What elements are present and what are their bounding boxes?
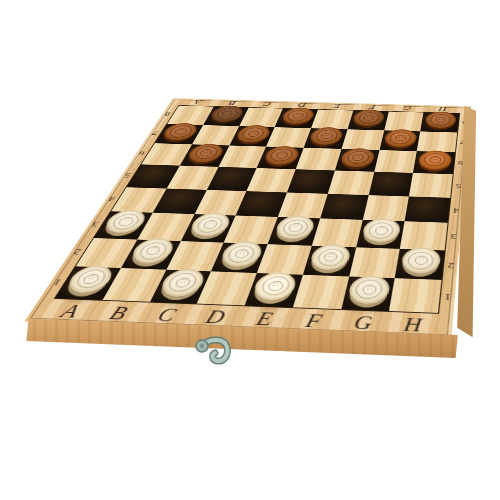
white-man-e1: ⛀ (251, 271, 299, 300)
square-f1 (293, 275, 349, 309)
square-h2: ⛀ (395, 249, 445, 281)
square-f5 (328, 170, 374, 194)
checkers-board-photo: ABCDEFGH 87654321 87654321 ABCDEFGH ⛂⛂⛂⛂… (0, 0, 500, 500)
black-man-c7: ⛂ (234, 125, 273, 143)
white-man-f2: ⛀ (308, 244, 352, 271)
square-g3: ⛀ (356, 220, 405, 249)
square-g6 (374, 150, 417, 173)
square-e6 (296, 148, 342, 171)
square-f6: ⛂ (335, 149, 379, 172)
square-h1 (389, 278, 441, 312)
white-man-e3: ⛀ (273, 215, 317, 240)
square-f4 (320, 193, 368, 219)
square-g8 (384, 112, 424, 132)
white-man-g3: ⛀ (361, 218, 402, 243)
latch-hook-icon (192, 334, 238, 378)
black-man-d6: ⛂ (262, 145, 301, 165)
white-man-g1: ⛀ (346, 275, 391, 305)
black-man-h6: ⛂ (417, 150, 452, 170)
square-g5 (368, 172, 413, 197)
board-grid: ⛂⛂⛂⛂⛂⛂⛂⛂⛂⛂⛂⛂⛀⛀⛀⛀⛀⛀⛀⛀⛀⛀⛀⛀ (54, 105, 460, 314)
square-g2 (349, 247, 400, 278)
black-man-f6: ⛂ (339, 148, 376, 168)
square-h7 (417, 131, 457, 152)
white-man-c3: ⛀ (187, 213, 233, 238)
white-man-d2: ⛀ (217, 241, 264, 268)
square-g7: ⛂ (379, 130, 420, 151)
square-h3 (400, 221, 447, 250)
board-3d: ABCDEFGH 87654321 87654321 ABCDEFGH ⛂⛂⛂⛂… (25, 98, 471, 338)
square-g4 (362, 195, 409, 222)
square-e7: ⛂ (304, 128, 348, 149)
board-face: ABCDEFGH 87654321 87654321 ABCDEFGH ⛂⛂⛂⛂… (25, 98, 471, 338)
square-h6: ⛂ (413, 151, 455, 174)
black-man-b8: ⛂ (208, 105, 246, 122)
square-f2: ⛀ (303, 246, 356, 277)
white-man-h2: ⛀ (400, 247, 441, 274)
square-f3 (312, 218, 363, 247)
black-man-h8: ⛂ (424, 111, 456, 128)
square-h4 (405, 196, 450, 223)
square-f8: ⛂ (347, 111, 388, 131)
square-h8: ⛂ (420, 113, 459, 133)
black-man-g7: ⛂ (383, 129, 418, 147)
square-g1: ⛀ (341, 277, 395, 311)
square-h5 (409, 173, 453, 198)
square-e8 (311, 110, 353, 130)
black-man-f8: ⛂ (352, 109, 386, 126)
black-man-d8: ⛂ (279, 107, 315, 124)
square-f7 (341, 129, 384, 150)
black-man-e7: ⛂ (308, 127, 345, 145)
